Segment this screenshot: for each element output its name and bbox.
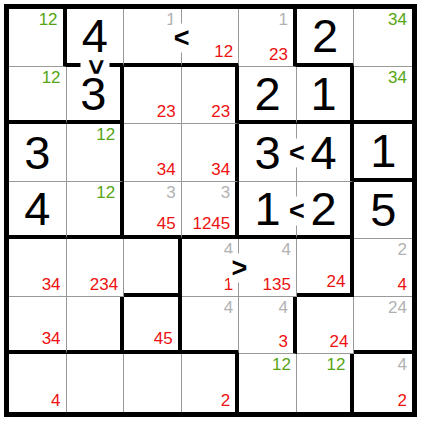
red-pencilmark: 2 [398, 392, 407, 409]
big-digit: 3 [80, 70, 106, 117]
gray-pencilmark: 4 [281, 241, 290, 258]
gray-pencilmark: 1 [278, 11, 287, 28]
cell-r2c6[interactable]: 1 [354, 124, 412, 182]
cell-r5c1[interactable] [67, 297, 125, 355]
cell-r6c3[interactable]: 2 [182, 354, 240, 412]
cell-r2c3[interactable]: 34 [182, 124, 240, 182]
cell-r1c0[interactable]: 12 [9, 67, 67, 125]
cell-r4c5[interactable]: 24 [297, 239, 355, 297]
cell-r3c2[interactable]: 345 [124, 182, 182, 240]
red-pencilmark: 24 [327, 273, 346, 290]
green-pencilmark: 12 [96, 184, 115, 201]
cell-r4c2[interactable] [124, 239, 182, 297]
big-digit: 2 [311, 185, 337, 232]
red-pencilmark: 23 [211, 103, 230, 120]
red-pencilmark: 24 [330, 333, 349, 350]
gray-pencilmark: 2 [398, 241, 407, 258]
cell-r1c6[interactable]: 34 [354, 67, 412, 125]
red-pencilmark: 45 [154, 330, 173, 347]
green-pencilmark: 12 [39, 11, 58, 28]
cell-r3c1[interactable]: 12 [67, 182, 125, 240]
cell-r4c0[interactable]: 34 [9, 239, 67, 297]
green-pencilmark: 12 [42, 69, 61, 86]
big-digit: 4 [311, 129, 337, 176]
inequality-sign: > [229, 254, 249, 283]
cell-r2c1[interactable]: 12 [67, 124, 125, 182]
green-pencilmark: 12 [96, 126, 115, 143]
big-digit: 2 [254, 70, 280, 117]
cell-r1c3[interactable]: 23 [182, 67, 240, 125]
cell-r5c5[interactable]: 24 [297, 297, 355, 355]
cell-r0c5[interactable]: 2 [297, 9, 355, 67]
gray-pencilmark: 3 [166, 184, 175, 201]
cell-r5c2[interactable]: 45 [124, 297, 182, 355]
big-digit: 4 [24, 185, 50, 232]
big-digit: 5 [370, 186, 396, 233]
cell-r4c1[interactable]: 234 [67, 239, 125, 297]
red-pencilmark: 1245 [192, 215, 230, 232]
big-digit: 1 [311, 70, 337, 117]
inequality-sign: < [287, 196, 307, 225]
red-pencilmark: 4 [398, 276, 407, 293]
inequality-sign: < [172, 23, 192, 52]
red-pencilmark: 4 [51, 392, 60, 409]
cell-r5c0[interactable]: 34 [9, 297, 67, 355]
cell-r5c4[interactable]: 43 [239, 297, 297, 355]
gray-pencilmark: 3 [221, 184, 230, 201]
cell-r2c2[interactable]: 34 [124, 124, 182, 182]
big-digit: 1 [254, 185, 280, 232]
red-pencilmark: 234 [90, 276, 118, 293]
cell-r5c3[interactable]: 4 [182, 297, 240, 355]
cell-r6c6[interactable]: 42 [354, 354, 412, 412]
green-pencilmark: 12 [327, 356, 346, 373]
cell-r3c0[interactable]: 4 [9, 182, 67, 240]
cell-r6c2[interactable] [124, 354, 182, 412]
red-pencilmark: 23 [157, 103, 176, 120]
cell-r1c5[interactable]: 1 [297, 67, 355, 125]
red-pencilmark: 34 [211, 161, 230, 178]
inequality-sign: > [81, 57, 110, 77]
red-pencilmark: 135 [262, 276, 290, 293]
green-pencilmark: 12 [272, 356, 291, 373]
green-pencilmark: 34 [388, 11, 407, 28]
cell-r6c4[interactable]: 12 [239, 354, 297, 412]
green-pencilmark: 34 [388, 69, 407, 86]
cell-r4c6[interactable]: 24 [354, 239, 412, 297]
cell-r6c0[interactable]: 4 [9, 354, 67, 412]
red-pencilmark: 34 [42, 330, 61, 347]
red-pencilmark: 12 [214, 43, 233, 60]
cell-r0c0[interactable]: 12 [9, 9, 67, 67]
puzzle-board: 1241121232341232323213431234343414123453… [4, 4, 417, 417]
inequality-sign: < [287, 138, 307, 167]
gray-pencilmark: 4 [224, 299, 233, 316]
cell-r1c4[interactable]: 2 [239, 67, 297, 125]
gray-pencilmark: 24 [388, 299, 407, 316]
red-pencilmark: 45 [157, 215, 176, 232]
red-pencilmark: 3 [278, 333, 287, 350]
cell-r3c6[interactable]: 5 [354, 182, 412, 240]
cell-r6c5[interactable]: 12 [297, 354, 355, 412]
cell-r5c6[interactable]: 24 [354, 297, 412, 355]
big-digit: 3 [254, 129, 280, 176]
cell-r3c3[interactable]: 31245 [182, 182, 240, 240]
cell-r0c4[interactable]: 123 [239, 9, 297, 67]
big-digit: 1 [370, 127, 396, 174]
red-pencilmark: 34 [42, 276, 61, 293]
cell-r6c1[interactable] [67, 354, 125, 412]
red-pencilmark: 23 [269, 46, 288, 63]
cell-r0c6[interactable]: 34 [354, 9, 412, 67]
red-pencilmark: 34 [157, 161, 176, 178]
gray-pencilmark: 4 [278, 299, 287, 316]
cell-r2c0[interactable]: 3 [9, 124, 67, 182]
gray-pencilmark: 4 [398, 356, 407, 373]
big-digit: 2 [312, 12, 338, 59]
cell-r1c2[interactable]: 23 [124, 67, 182, 125]
red-pencilmark: 2 [221, 392, 230, 409]
big-digit: 4 [82, 12, 108, 59]
big-digit: 3 [24, 129, 50, 176]
